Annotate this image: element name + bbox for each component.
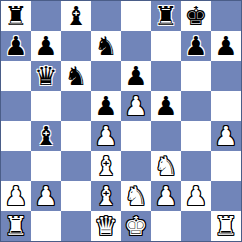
square-h7[interactable]: ♟ xyxy=(211,31,241,61)
square-d1[interactable]: ♛ xyxy=(91,211,121,241)
white-pawn[interactable]: ♟ xyxy=(214,121,237,151)
square-c5[interactable] xyxy=(61,91,91,121)
square-f4[interactable] xyxy=(151,121,181,151)
black-knight[interactable]: ♞ xyxy=(64,61,87,91)
square-b3[interactable] xyxy=(31,151,61,181)
square-g4[interactable] xyxy=(181,121,211,151)
white-pawn[interactable]: ♟ xyxy=(124,91,147,121)
square-c2[interactable] xyxy=(61,181,91,211)
square-e6[interactable]: ♟ xyxy=(121,61,151,91)
black-pawn[interactable]: ♟ xyxy=(4,31,27,61)
square-f2[interactable]: ♟ xyxy=(151,181,181,211)
square-d8[interactable] xyxy=(91,1,121,31)
square-b5[interactable] xyxy=(31,91,61,121)
square-c7[interactable] xyxy=(61,31,91,61)
black-bishop[interactable]: ♝ xyxy=(64,1,87,31)
square-a2[interactable]: ♟ xyxy=(1,181,31,211)
square-a5[interactable] xyxy=(1,91,31,121)
square-a6[interactable] xyxy=(1,61,31,91)
square-g8[interactable]: ♚ xyxy=(181,1,211,31)
square-g3[interactable] xyxy=(181,151,211,181)
square-g2[interactable]: ♟ xyxy=(181,181,211,211)
black-rook[interactable]: ♜ xyxy=(154,1,177,31)
square-e8[interactable] xyxy=(121,1,151,31)
square-a4[interactable] xyxy=(1,121,31,151)
square-b6[interactable]: ♛ xyxy=(31,61,61,91)
square-h4[interactable]: ♟ xyxy=(211,121,241,151)
black-rook[interactable]: ♜ xyxy=(4,1,27,31)
square-d6[interactable] xyxy=(91,61,121,91)
square-e5[interactable]: ♟ xyxy=(121,91,151,121)
square-f8[interactable]: ♜ xyxy=(151,1,181,31)
white-pawn[interactable]: ♟ xyxy=(94,121,117,151)
square-f5[interactable]: ♟ xyxy=(151,91,181,121)
square-g6[interactable] xyxy=(181,61,211,91)
square-f6[interactable] xyxy=(151,61,181,91)
square-e2[interactable]: ♞ xyxy=(121,181,151,211)
black-pawn[interactable]: ♟ xyxy=(94,91,117,121)
square-d4[interactable]: ♟ xyxy=(91,121,121,151)
white-bishop[interactable]: ♝ xyxy=(94,181,117,211)
square-c4[interactable] xyxy=(61,121,91,151)
square-h8[interactable] xyxy=(211,1,241,31)
white-pawn[interactable]: ♟ xyxy=(34,181,57,211)
black-king[interactable]: ♚ xyxy=(184,1,207,31)
black-pawn[interactable]: ♟ xyxy=(184,31,207,61)
black-pawn[interactable]: ♟ xyxy=(214,31,237,61)
black-knight[interactable]: ♞ xyxy=(94,31,117,61)
square-h6[interactable] xyxy=(211,61,241,91)
square-h1[interactable]: ♜ xyxy=(211,211,241,241)
black-queen[interactable]: ♛ xyxy=(34,61,57,91)
square-a7[interactable]: ♟ xyxy=(1,31,31,61)
white-knight[interactable]: ♞ xyxy=(154,151,177,181)
square-c8[interactable]: ♝ xyxy=(61,1,91,31)
square-a1[interactable]: ♜ xyxy=(1,211,31,241)
white-king[interactable]: ♚ xyxy=(124,211,147,241)
square-b4[interactable]: ♝ xyxy=(31,121,61,151)
white-pawn[interactable]: ♟ xyxy=(154,181,177,211)
square-c6[interactable]: ♞ xyxy=(61,61,91,91)
white-pawn[interactable]: ♟ xyxy=(4,181,27,211)
square-d7[interactable]: ♞ xyxy=(91,31,121,61)
white-rook[interactable]: ♜ xyxy=(214,211,237,241)
square-c3[interactable] xyxy=(61,151,91,181)
square-g5[interactable] xyxy=(181,91,211,121)
square-g7[interactable]: ♟ xyxy=(181,31,211,61)
black-pawn[interactable]: ♟ xyxy=(124,61,147,91)
white-pawn[interactable]: ♟ xyxy=(184,181,207,211)
square-b2[interactable]: ♟ xyxy=(31,181,61,211)
white-knight[interactable]: ♞ xyxy=(124,181,147,211)
square-d5[interactable]: ♟ xyxy=(91,91,121,121)
square-a8[interactable]: ♜ xyxy=(1,1,31,31)
square-b8[interactable] xyxy=(31,1,61,31)
square-f1[interactable] xyxy=(151,211,181,241)
square-a3[interactable] xyxy=(1,151,31,181)
black-pawn[interactable]: ♟ xyxy=(34,31,57,61)
square-h2[interactable] xyxy=(211,181,241,211)
square-e7[interactable] xyxy=(121,31,151,61)
square-h3[interactable] xyxy=(211,151,241,181)
square-e4[interactable] xyxy=(121,121,151,151)
square-f7[interactable] xyxy=(151,31,181,61)
white-queen[interactable]: ♛ xyxy=(94,211,117,241)
square-e3[interactable] xyxy=(121,151,151,181)
square-c1[interactable] xyxy=(61,211,91,241)
square-d2[interactable]: ♝ xyxy=(91,181,121,211)
black-bishop[interactable]: ♝ xyxy=(34,121,57,151)
square-d3[interactable]: ♝ xyxy=(91,151,121,181)
square-b7[interactable]: ♟ xyxy=(31,31,61,61)
white-bishop[interactable]: ♝ xyxy=(94,151,117,181)
chess-board: ♜♝♜♚♟♟♞♟♟♛♞♟♟♟♟♝♟♟♝♞♟♟♝♞♟♟♜♛♚♜ xyxy=(0,0,242,242)
square-g1[interactable] xyxy=(181,211,211,241)
square-f3[interactable]: ♞ xyxy=(151,151,181,181)
square-e1[interactable]: ♚ xyxy=(121,211,151,241)
square-b1[interactable] xyxy=(31,211,61,241)
white-rook[interactable]: ♜ xyxy=(4,211,27,241)
square-h5[interactable] xyxy=(211,91,241,121)
black-pawn[interactable]: ♟ xyxy=(154,91,177,121)
